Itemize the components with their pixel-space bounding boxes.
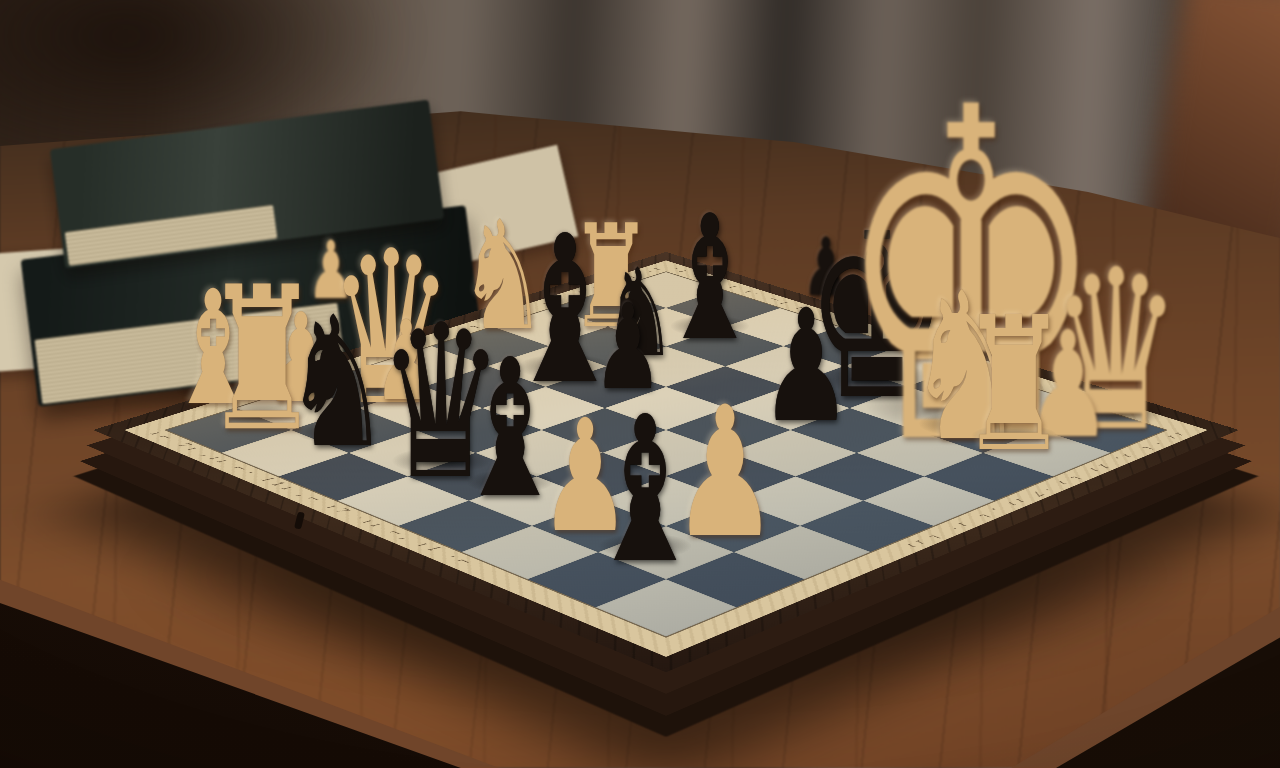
- piece-glyph-R: ♜: [959, 293, 1068, 478]
- pieces-layer: ♟♟♜♞♝♞♟♝♚♟♛♝♟♟♚♟♛♜♞♟♞♜♛♝♟♟♝: [0, 0, 1280, 768]
- piece-glyph-B: ♝: [586, 390, 705, 591]
- scene: ı⌐ 7ı ‚ıı ⌐· 11ı ‚⌐ ı7 ·ıı ⌐‚ ı1 ·⌐ ıı ·…: [0, 0, 1280, 768]
- piece-glyph-N: ♞: [284, 293, 391, 473]
